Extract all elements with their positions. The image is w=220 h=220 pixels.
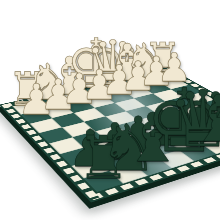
chess-board	[0, 67, 220, 202]
board-grid	[12, 72, 220, 192]
photo-stage: ♜♞♝♚♛♝♞♜♟♟♟♟♟♟♟♟♟♟♟♟♟♟♟♟♜♞♝♚♛♝♞♜	[0, 0, 220, 220]
